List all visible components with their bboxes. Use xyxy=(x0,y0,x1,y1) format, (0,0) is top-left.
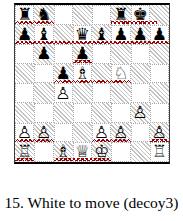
square-a5 xyxy=(15,64,34,84)
piece-white-pawn: ♙ xyxy=(94,123,109,140)
piece-white-rook: ♖ xyxy=(152,143,167,160)
square-f6 xyxy=(111,44,130,64)
piece-white-king: ♔ xyxy=(94,143,109,160)
square-d8 xyxy=(73,5,92,25)
square-f4 xyxy=(111,83,130,103)
square-c8 xyxy=(54,5,73,25)
square-a3 xyxy=(15,103,34,123)
piece-black-pawn: ♟ xyxy=(113,25,128,42)
square-g8: ♚ xyxy=(131,5,150,25)
piece-white-pawn: ♙ xyxy=(113,123,128,140)
square-b3 xyxy=(34,103,53,123)
square-c7 xyxy=(54,25,73,45)
square-e2: ♙ xyxy=(92,123,111,143)
square-a8: ♜ xyxy=(15,5,34,25)
piece-black-bishop: ♝ xyxy=(36,25,51,42)
square-f8: ♜ xyxy=(111,5,130,25)
square-d5: ♗ xyxy=(73,64,92,84)
square-c1: ♗ xyxy=(54,142,73,162)
piece-white-pawn: ♙ xyxy=(133,104,148,121)
square-f3 xyxy=(111,103,130,123)
piece-white-pawn: ♙ xyxy=(56,84,71,101)
square-c4: ♙ xyxy=(54,83,73,103)
square-c2 xyxy=(54,123,73,143)
square-a6 xyxy=(15,44,34,64)
piece-white-rook: ♖ xyxy=(17,143,32,160)
square-g1 xyxy=(131,142,150,162)
piece-black-pawn: ♟ xyxy=(75,45,90,62)
square-d6: ♟ xyxy=(73,44,92,64)
piece-white-bishop: ♗ xyxy=(75,65,90,82)
square-h7: ♟ xyxy=(150,25,169,45)
square-d4 xyxy=(73,83,92,103)
square-f1 xyxy=(111,142,130,162)
square-h1: ♖ xyxy=(150,142,169,162)
square-c5: ♟ xyxy=(54,64,73,84)
piece-black-pawn: ♟ xyxy=(36,45,51,62)
square-d3 xyxy=(73,103,92,123)
piece-black-pawn: ♟ xyxy=(17,25,32,42)
square-g4 xyxy=(131,83,150,103)
diagram-caption: 15. White to move (decoy3) xyxy=(0,194,183,212)
square-e6 xyxy=(92,44,111,64)
square-g3: ♙ xyxy=(131,103,150,123)
square-b5 xyxy=(34,64,53,84)
square-b6: ♟ xyxy=(34,44,53,64)
square-g5 xyxy=(131,64,150,84)
square-b4 xyxy=(34,83,53,103)
square-f5: ♘ xyxy=(111,64,130,84)
square-b7: ♝ xyxy=(34,25,53,45)
square-e5 xyxy=(92,64,111,84)
square-g6 xyxy=(131,44,150,64)
square-b2: ♙ xyxy=(34,123,53,143)
piece-black-king: ♚ xyxy=(133,6,148,23)
piece-black-knight: ♞ xyxy=(36,6,51,23)
piece-black-pawn: ♟ xyxy=(152,25,167,42)
square-d7: ♛ xyxy=(73,25,92,45)
square-h2: ♙ xyxy=(150,123,169,143)
square-g7: ♟ xyxy=(131,25,150,45)
square-a7: ♟ xyxy=(15,25,34,45)
piece-black-queen: ♛ xyxy=(75,25,90,42)
piece-black-bishop: ♝ xyxy=(94,25,109,42)
square-e8 xyxy=(92,5,111,25)
square-b8: ♞ xyxy=(34,5,53,25)
piece-white-queen: ♕ xyxy=(75,143,90,160)
square-f7: ♟ xyxy=(111,25,130,45)
piece-white-pawn: ♙ xyxy=(36,123,51,140)
piece-black-rook: ♜ xyxy=(113,6,128,23)
square-e4 xyxy=(92,83,111,103)
square-d1: ♕ xyxy=(73,142,92,162)
square-h5 xyxy=(150,64,169,84)
square-c3 xyxy=(54,103,73,123)
square-e7: ♝ xyxy=(92,25,111,45)
square-d2 xyxy=(73,123,92,143)
square-h4 xyxy=(150,83,169,103)
square-g2 xyxy=(131,123,150,143)
square-b1 xyxy=(34,142,53,162)
square-e3 xyxy=(92,103,111,123)
square-f2: ♙ xyxy=(111,123,130,143)
square-h6 xyxy=(150,44,169,64)
square-a4 xyxy=(15,83,34,103)
square-e1: ♔ xyxy=(92,142,111,162)
square-h3 xyxy=(150,103,169,123)
chess-diagram: ♜♞♜♚♟♝♛♝♟♟♟♟♟♟♗♘♙♙♙♙♙♙♙♖♗♕♔♖ xyxy=(14,3,170,164)
piece-white-pawn: ♙ xyxy=(152,123,167,140)
piece-white-bishop: ♗ xyxy=(56,143,71,160)
piece-black-rook: ♜ xyxy=(17,6,32,23)
piece-white-knight: ♘ xyxy=(113,65,128,82)
piece-white-pawn: ♙ xyxy=(17,123,32,140)
square-c6 xyxy=(54,44,73,64)
piece-black-pawn: ♟ xyxy=(133,25,148,42)
square-h8 xyxy=(150,5,169,25)
square-a2: ♙ xyxy=(15,123,34,143)
chess-board: ♜♞♜♚♟♝♛♝♟♟♟♟♟♟♗♘♙♙♙♙♙♙♙♖♗♕♔♖ xyxy=(15,5,169,162)
square-a1: ♖ xyxy=(15,142,34,162)
piece-black-pawn: ♟ xyxy=(56,65,71,82)
